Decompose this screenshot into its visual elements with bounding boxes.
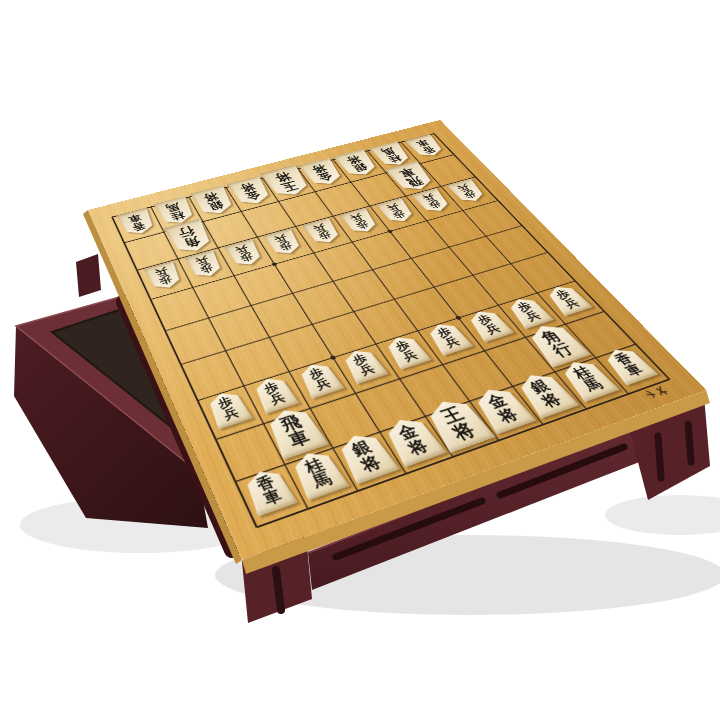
star-point — [271, 262, 277, 266]
leg-near-groove — [276, 570, 281, 610]
star-point — [387, 229, 393, 233]
leg-right-slot-2 — [688, 424, 691, 462]
leg-right-slot-1 — [658, 436, 661, 478]
star-point — [329, 355, 336, 360]
star-point — [455, 315, 462, 320]
shogi-table-photo: 香車桂馬銀将金将玉将金将銀将桂馬香車角行飛車歩兵歩兵歩兵歩兵歩兵歩兵歩兵歩兵歩兵… — [0, 0, 720, 720]
shadow-right — [605, 495, 720, 535]
far-left-leg — [76, 254, 101, 297]
